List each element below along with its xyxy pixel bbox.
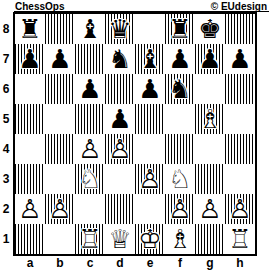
- white-pawn-icon: ♙: [165, 194, 195, 224]
- black-knight-icon: ♞: [105, 44, 135, 74]
- black-rook-icon: ♜: [165, 14, 195, 44]
- square-h8[interactable]: [225, 14, 255, 44]
- white-pawn-icon: ♙: [225, 194, 255, 224]
- square-f2[interactable]: ♟♙: [165, 194, 195, 224]
- square-g3[interactable]: [195, 164, 225, 194]
- square-a4[interactable]: [15, 134, 45, 164]
- rank-label-8: 8: [0, 14, 12, 44]
- white-rook-icon: ♖: [225, 224, 255, 254]
- square-c7[interactable]: [75, 44, 105, 74]
- square-f6[interactable]: ♞♞: [165, 74, 195, 104]
- square-h5[interactable]: [225, 104, 255, 134]
- square-f5[interactable]: [165, 104, 195, 134]
- square-b1[interactable]: [45, 224, 75, 254]
- square-b5[interactable]: [45, 104, 75, 134]
- square-g1[interactable]: [195, 224, 225, 254]
- square-c5[interactable]: [75, 104, 105, 134]
- chessops-diagram: ChessOps © EUdesign 87654321 ♜♜♝♝♛♛♜♜♚♚♟…: [0, 0, 270, 270]
- chess-board: ♜♜♝♝♛♛♜♜♚♚♟♟♟♟♞♞♝♝♟♟♟♟♟♟♟♟♟♟♞♞♟♟♝♗♟♙♟♙♞♘…: [13, 12, 257, 256]
- square-g4[interactable]: [195, 134, 225, 164]
- white-pawn-icon: ♙: [105, 134, 135, 164]
- white-pawn-icon: ♙: [15, 194, 45, 224]
- file-label-h: h: [225, 256, 255, 270]
- white-pawn-icon: ♙: [75, 134, 105, 164]
- square-a7[interactable]: ♟♟: [15, 44, 45, 74]
- square-h1[interactable]: ♜♖: [225, 224, 255, 254]
- rank-label-7: 7: [0, 44, 12, 74]
- square-e2[interactable]: [135, 194, 165, 224]
- square-f1[interactable]: ♝♗: [165, 224, 195, 254]
- black-bishop-icon: ♝: [75, 14, 105, 44]
- square-h4[interactable]: [225, 134, 255, 164]
- square-d1[interactable]: ♛♕: [105, 224, 135, 254]
- black-rook-icon: ♜: [15, 14, 45, 44]
- file-label-b: b: [45, 256, 75, 270]
- rank-label-5: 5: [0, 104, 12, 134]
- square-d3[interactable]: [105, 164, 135, 194]
- square-a2[interactable]: ♟♙: [15, 194, 45, 224]
- square-h7[interactable]: ♟♟: [225, 44, 255, 74]
- square-c6[interactable]: ♟♟: [75, 74, 105, 104]
- square-d2[interactable]: [105, 194, 135, 224]
- square-f7[interactable]: ♟♟: [165, 44, 195, 74]
- square-e1[interactable]: ♚♔: [135, 224, 165, 254]
- file-label-e: e: [135, 256, 165, 270]
- rank-label-6: 6: [0, 74, 12, 104]
- square-e8[interactable]: [135, 14, 165, 44]
- square-d7[interactable]: ♞♞: [105, 44, 135, 74]
- square-g8[interactable]: ♚♚: [195, 14, 225, 44]
- square-b7[interactable]: ♟♟: [45, 44, 75, 74]
- white-knight-icon: ♘: [75, 164, 105, 194]
- square-a1[interactable]: [15, 224, 45, 254]
- square-e3[interactable]: ♟♙: [135, 164, 165, 194]
- file-label-d: d: [105, 256, 135, 270]
- file-label-a: a: [15, 256, 45, 270]
- square-e6[interactable]: ♟♟: [135, 74, 165, 104]
- white-king-icon: ♔: [135, 224, 165, 254]
- rank-label-3: 3: [0, 164, 12, 194]
- white-knight-icon: ♘: [165, 164, 195, 194]
- file-label-f: f: [165, 256, 195, 270]
- white-bishop-icon: ♗: [165, 224, 195, 254]
- rank-labels: 87654321: [0, 14, 13, 254]
- header: ChessOps © EUdesign: [0, 0, 270, 12]
- square-h2[interactable]: ♟♙: [225, 194, 255, 224]
- square-h6[interactable]: [225, 74, 255, 104]
- white-pawn-icon: ♙: [135, 164, 165, 194]
- rank-label-1: 1: [0, 224, 12, 254]
- square-e7[interactable]: ♝♝: [135, 44, 165, 74]
- black-pawn-icon: ♟: [195, 44, 225, 74]
- square-g7[interactable]: ♟♟: [195, 44, 225, 74]
- square-a3[interactable]: [15, 164, 45, 194]
- file-labels: abcdefgh: [13, 256, 257, 270]
- square-f8[interactable]: ♜♜: [165, 14, 195, 44]
- square-c1[interactable]: ♜♖: [75, 224, 105, 254]
- white-pawn-icon: ♙: [45, 194, 75, 224]
- black-pawn-icon: ♟: [135, 74, 165, 104]
- square-c4[interactable]: ♟♙: [75, 134, 105, 164]
- rank-label-4: 4: [0, 134, 12, 164]
- square-b4[interactable]: [45, 134, 75, 164]
- white-bishop-icon: ♗: [195, 104, 225, 134]
- file-label-g: g: [195, 256, 225, 270]
- square-g2[interactable]: ♟♙: [195, 194, 225, 224]
- square-h3[interactable]: [225, 164, 255, 194]
- white-queen-icon: ♕: [105, 224, 135, 254]
- square-b3[interactable]: [45, 164, 75, 194]
- square-e4[interactable]: [135, 134, 165, 164]
- square-c8[interactable]: ♝♝: [75, 14, 105, 44]
- black-king-icon: ♚: [195, 14, 225, 44]
- square-b2[interactable]: ♟♙: [45, 194, 75, 224]
- square-d4[interactable]: ♟♙: [105, 134, 135, 164]
- white-pawn-icon: ♙: [195, 194, 225, 224]
- square-d6[interactable]: [105, 74, 135, 104]
- square-c2[interactable]: [75, 194, 105, 224]
- square-a6[interactable]: [15, 74, 45, 104]
- square-g5[interactable]: ♝♗: [195, 104, 225, 134]
- square-c3[interactable]: ♞♘: [75, 164, 105, 194]
- square-f4[interactable]: [165, 134, 195, 164]
- black-knight-icon: ♞: [165, 74, 195, 104]
- black-queen-icon: ♛: [105, 14, 135, 44]
- black-pawn-icon: ♟: [165, 44, 195, 74]
- black-bishop-icon: ♝: [135, 44, 165, 74]
- white-rook-icon: ♖: [75, 224, 105, 254]
- black-pawn-icon: ♟: [75, 74, 105, 104]
- square-f3[interactable]: ♞♘: [165, 164, 195, 194]
- black-pawn-icon: ♟: [45, 44, 75, 74]
- square-e5[interactable]: [135, 104, 165, 134]
- square-a8[interactable]: ♜♜: [15, 14, 45, 44]
- square-g6[interactable]: [195, 74, 225, 104]
- black-pawn-icon: ♟: [15, 44, 45, 74]
- black-pawn-icon: ♟: [105, 104, 135, 134]
- square-a5[interactable]: [15, 104, 45, 134]
- black-pawn-icon: ♟: [225, 44, 255, 74]
- square-d8[interactable]: ♛♛: [105, 14, 135, 44]
- rank-label-2: 2: [0, 194, 12, 224]
- square-d5[interactable]: ♟♟: [105, 104, 135, 134]
- square-b6[interactable]: [45, 74, 75, 104]
- file-label-c: c: [75, 256, 105, 270]
- square-b8[interactable]: [45, 14, 75, 44]
